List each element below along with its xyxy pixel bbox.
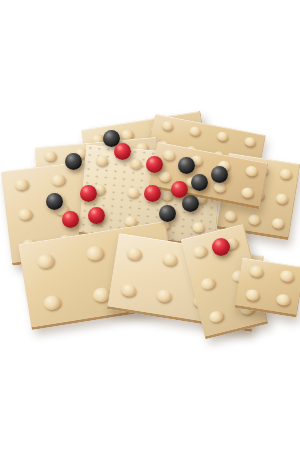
dimple (192, 244, 208, 258)
dimple (95, 155, 108, 166)
dimple (17, 208, 32, 221)
marble-black-6 (46, 193, 63, 210)
dimple (241, 187, 255, 199)
dimple (245, 165, 259, 177)
dimple (127, 187, 140, 198)
dimple (158, 171, 172, 183)
dimple (85, 245, 104, 261)
dimple (208, 309, 224, 323)
marble-black-7 (182, 195, 199, 212)
dimple (188, 126, 201, 137)
dimple (156, 289, 173, 303)
dimple (248, 265, 264, 278)
marble-black-4 (211, 166, 228, 183)
wooden-tile-bottom-right-tab (234, 257, 300, 317)
marble-red-2 (146, 156, 163, 173)
marble-red-1 (114, 143, 131, 160)
dimple (36, 253, 55, 269)
kulami-product-photo-scene (0, 0, 300, 450)
dimple (13, 178, 28, 191)
dimple (244, 289, 260, 302)
marble-black-3 (178, 157, 195, 174)
marble-black-8 (159, 205, 176, 222)
dimple (162, 149, 176, 161)
dimple (161, 121, 174, 132)
dimple (43, 294, 62, 310)
dimple (120, 283, 137, 297)
dimple (279, 169, 292, 181)
marble-black-2 (65, 153, 82, 170)
dimple (275, 293, 291, 306)
marble-red-5 (144, 185, 161, 202)
dimple (243, 137, 256, 148)
marble-red-4 (80, 185, 97, 202)
dimple (162, 253, 179, 267)
dimple (44, 150, 57, 161)
dimple (248, 213, 261, 225)
dimple (216, 131, 229, 142)
marble-red-8 (212, 238, 230, 256)
dimple (192, 222, 205, 233)
marble-black-5 (191, 174, 208, 191)
dimple (213, 181, 227, 193)
dimple (279, 270, 295, 283)
dimple (129, 158, 142, 169)
marble-red-6 (88, 207, 105, 224)
dimple (271, 217, 284, 229)
dimple (50, 173, 65, 186)
marble-red-7 (62, 211, 79, 228)
marble-red-3 (171, 181, 188, 198)
dimple (275, 193, 288, 205)
dimple (224, 210, 237, 222)
dimple (126, 247, 143, 261)
dimple (200, 277, 216, 291)
